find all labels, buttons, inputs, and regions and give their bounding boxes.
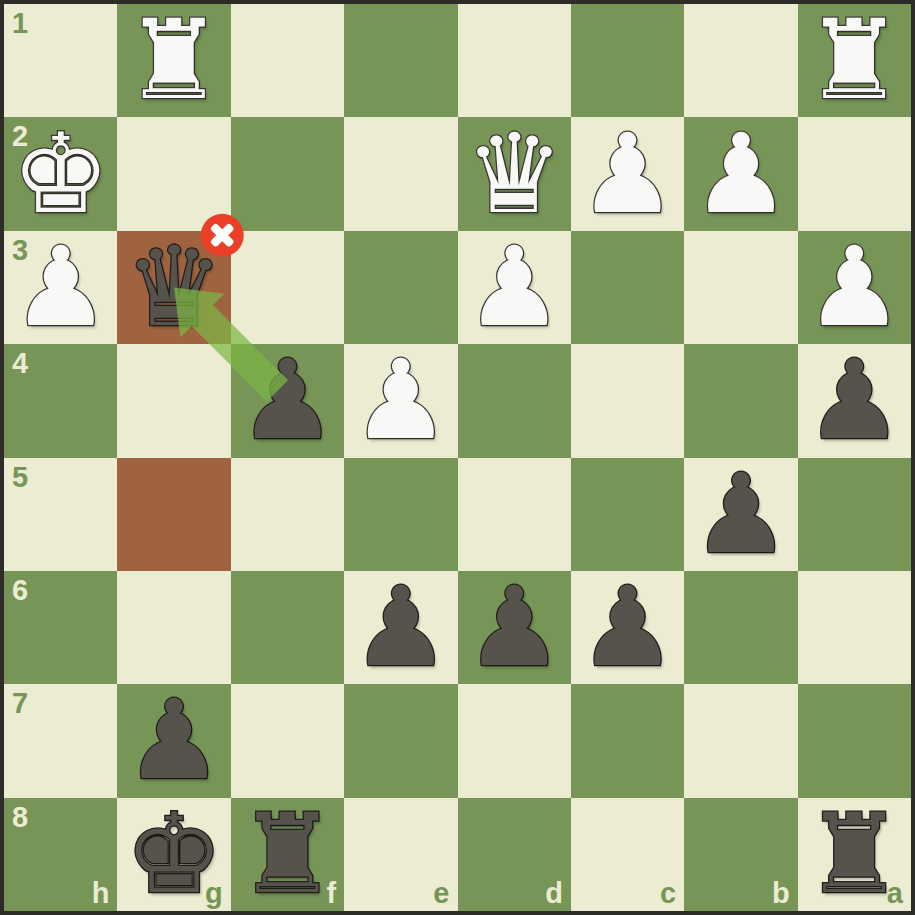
- rank-label-1: 1: [12, 7, 28, 40]
- square-h7[interactable]: 7: [4, 684, 117, 797]
- white-pawn[interactable]: ♟: [805, 231, 904, 344]
- file-label-h: h: [92, 877, 110, 910]
- square-f3[interactable]: [231, 231, 344, 344]
- black-pawn[interactable]: ♟: [805, 344, 904, 457]
- square-b7[interactable]: [684, 684, 797, 797]
- square-f2[interactable]: [231, 117, 344, 230]
- square-c6[interactable]: ♟: [571, 571, 684, 684]
- square-d5[interactable]: [458, 458, 571, 571]
- square-f5[interactable]: [231, 458, 344, 571]
- white-queen[interactable]: ♛: [465, 118, 564, 231]
- black-pawn[interactable]: ♟: [352, 571, 451, 684]
- square-h2[interactable]: 2♚: [4, 117, 117, 230]
- square-e4[interactable]: ♟: [344, 344, 457, 457]
- square-g1[interactable]: ♜: [117, 4, 230, 117]
- square-e5[interactable]: [344, 458, 457, 571]
- square-a1[interactable]: ♜: [798, 4, 911, 117]
- square-a8[interactable]: a♜: [798, 798, 911, 911]
- square-h1[interactable]: 1: [4, 4, 117, 117]
- rank-label-8: 8: [12, 801, 28, 834]
- file-label-d: d: [545, 877, 563, 910]
- square-f4[interactable]: ♟: [231, 344, 344, 457]
- square-b2[interactable]: ♟: [684, 117, 797, 230]
- black-pawn[interactable]: ♟: [465, 571, 564, 684]
- square-h3[interactable]: 3♟: [4, 231, 117, 344]
- square-d4[interactable]: [458, 344, 571, 457]
- square-d2[interactable]: ♛: [458, 117, 571, 230]
- black-pawn[interactable]: ♟: [125, 684, 224, 797]
- square-b8[interactable]: b: [684, 798, 797, 911]
- square-b4[interactable]: [684, 344, 797, 457]
- square-d1[interactable]: [458, 4, 571, 117]
- rank-label-5: 5: [12, 461, 28, 494]
- square-c3[interactable]: [571, 231, 684, 344]
- square-d6[interactable]: ♟: [458, 571, 571, 684]
- square-d7[interactable]: [458, 684, 571, 797]
- square-h6[interactable]: 6: [4, 571, 117, 684]
- rank-label-7: 7: [12, 687, 28, 720]
- white-rook[interactable]: ♜: [805, 4, 904, 117]
- square-g8[interactable]: g♚: [117, 798, 230, 911]
- square-e8[interactable]: e: [344, 798, 457, 911]
- square-d3[interactable]: ♟: [458, 231, 571, 344]
- square-g5[interactable]: [117, 458, 230, 571]
- square-e6[interactable]: ♟: [344, 571, 457, 684]
- square-g6[interactable]: [117, 571, 230, 684]
- square-e1[interactable]: [344, 4, 457, 117]
- square-h8[interactable]: 8h: [4, 798, 117, 911]
- white-king[interactable]: ♚: [11, 118, 110, 231]
- square-g2[interactable]: [117, 117, 230, 230]
- rank-label-6: 6: [12, 574, 28, 607]
- white-pawn[interactable]: ♟: [578, 118, 677, 231]
- white-pawn[interactable]: ♟: [352, 344, 451, 457]
- square-c8[interactable]: c: [571, 798, 684, 911]
- square-a2[interactable]: [798, 117, 911, 230]
- square-a3[interactable]: ♟: [798, 231, 911, 344]
- black-pawn[interactable]: ♟: [238, 344, 337, 457]
- square-f1[interactable]: [231, 4, 344, 117]
- black-queen[interactable]: ♛: [125, 231, 224, 344]
- white-pawn[interactable]: ♟: [692, 118, 791, 231]
- square-f7[interactable]: [231, 684, 344, 797]
- square-a5[interactable]: [798, 458, 911, 571]
- square-c2[interactable]: ♟: [571, 117, 684, 230]
- square-c4[interactable]: [571, 344, 684, 457]
- black-pawn[interactable]: ♟: [692, 458, 791, 571]
- square-c7[interactable]: [571, 684, 684, 797]
- square-e3[interactable]: [344, 231, 457, 344]
- square-a7[interactable]: [798, 684, 911, 797]
- white-pawn[interactable]: ♟: [465, 231, 564, 344]
- square-e2[interactable]: [344, 117, 457, 230]
- file-label-e: e: [433, 877, 449, 910]
- chess-board: 1♜♜2♚♛♟♟3♟♛♟♟4♟♟♟5♟6♟♟♟7♟8hg♚f♜edcba♜: [0, 0, 915, 915]
- square-g7[interactable]: ♟: [117, 684, 230, 797]
- square-b5[interactable]: ♟: [684, 458, 797, 571]
- rank-label-4: 4: [12, 347, 28, 380]
- square-g4[interactable]: [117, 344, 230, 457]
- square-a6[interactable]: [798, 571, 911, 684]
- square-h5[interactable]: 5: [4, 458, 117, 571]
- white-rook[interactable]: ♜: [125, 4, 224, 117]
- square-d8[interactable]: d: [458, 798, 571, 911]
- black-rook[interactable]: ♜: [805, 798, 904, 911]
- square-b6[interactable]: [684, 571, 797, 684]
- square-g3[interactable]: ♛: [117, 231, 230, 344]
- square-b1[interactable]: [684, 4, 797, 117]
- square-e7[interactable]: [344, 684, 457, 797]
- black-rook[interactable]: ♜: [238, 798, 337, 911]
- square-c5[interactable]: [571, 458, 684, 571]
- black-pawn[interactable]: ♟: [578, 571, 677, 684]
- file-label-c: c: [660, 877, 676, 910]
- board-wrap: 1♜♜2♚♛♟♟3♟♛♟♟4♟♟♟5♟6♟♟♟7♟8hg♚f♜edcba♜: [0, 0, 915, 915]
- square-h4[interactable]: 4: [4, 344, 117, 457]
- square-f8[interactable]: f♜: [231, 798, 344, 911]
- square-f6[interactable]: [231, 571, 344, 684]
- black-king[interactable]: ♚: [125, 798, 224, 911]
- square-b3[interactable]: [684, 231, 797, 344]
- square-c1[interactable]: [571, 4, 684, 117]
- white-pawn[interactable]: ♟: [11, 231, 110, 344]
- file-label-b: b: [772, 877, 790, 910]
- square-a4[interactable]: ♟: [798, 344, 911, 457]
